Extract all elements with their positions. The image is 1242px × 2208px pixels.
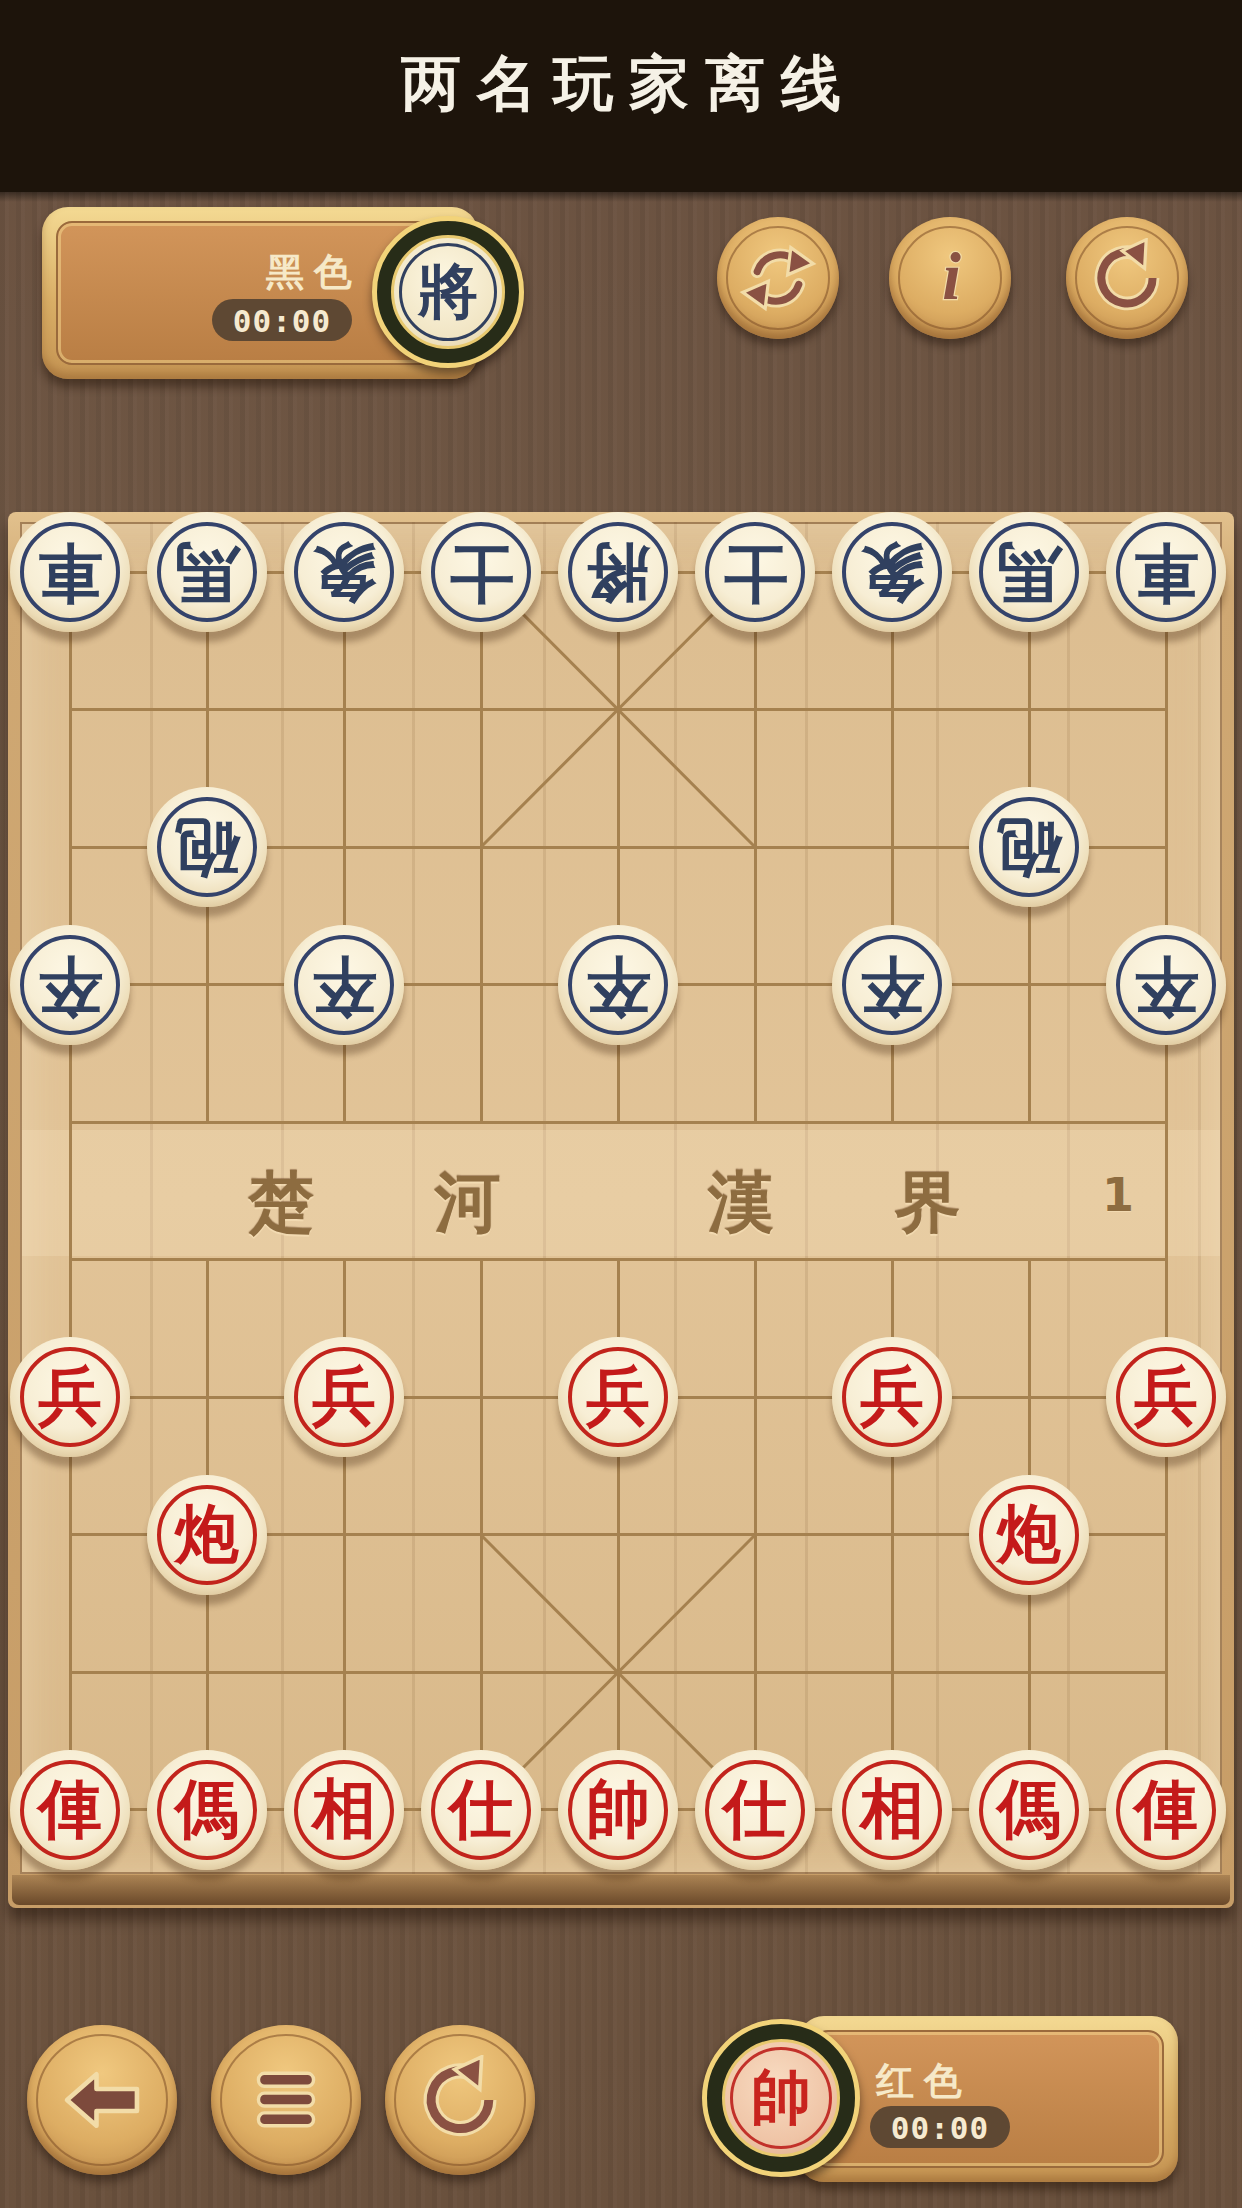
- piece-glyph: 兵: [284, 1337, 404, 1457]
- flip-board-button[interactable]: [717, 217, 839, 339]
- piece-glyph: 兵: [558, 1337, 678, 1457]
- piece-glyph: 炮: [969, 1475, 1089, 1595]
- black-general-glyph: 將: [394, 238, 502, 346]
- black-player-label: 黑色: [266, 247, 362, 298]
- red-general-stone: 帥: [722, 2039, 840, 2157]
- piece-glyph: 馬: [147, 512, 267, 632]
- piece-red-兵[interactable]: 兵: [558, 1337, 678, 1457]
- piece-glyph: 兵: [832, 1337, 952, 1457]
- piece-red-炮[interactable]: 炮: [147, 1475, 267, 1595]
- piece-glyph: 象: [284, 512, 404, 632]
- grid-line: [754, 1260, 757, 1810]
- restart-icon: [1087, 238, 1167, 318]
- info-button[interactable]: i: [889, 217, 1011, 339]
- piece-red-傌[interactable]: 傌: [147, 1750, 267, 1870]
- piece-black-象[interactable]: 象: [284, 512, 404, 632]
- restart-button[interactable]: [1066, 217, 1188, 339]
- piece-black-卒[interactable]: 卒: [10, 925, 130, 1045]
- red-player-timer: 00:00: [870, 2106, 1010, 2148]
- piece-glyph: 砲: [147, 787, 267, 907]
- piece-glyph: 卒: [558, 925, 678, 1045]
- piece-red-兵[interactable]: 兵: [10, 1337, 130, 1457]
- piece-black-卒[interactable]: 卒: [832, 925, 952, 1045]
- flip-board-icon: [738, 238, 818, 318]
- undo-button[interactable]: [385, 2025, 535, 2175]
- piece-glyph: 相: [832, 1750, 952, 1870]
- red-general-glyph: 帥: [725, 2042, 837, 2154]
- piece-red-傌[interactable]: 傌: [969, 1750, 1089, 1870]
- piece-glyph: 炮: [147, 1475, 267, 1595]
- piece-glyph: 士: [695, 512, 815, 632]
- piece-glyph: 車: [10, 512, 130, 632]
- red-player-label: 红色: [876, 2056, 972, 2107]
- piece-glyph: 仕: [421, 1750, 541, 1870]
- piece-glyph: 帥: [558, 1750, 678, 1870]
- grid-line: [1165, 572, 1168, 1810]
- piece-glyph: 相: [284, 1750, 404, 1870]
- piece-red-相[interactable]: 相: [832, 1750, 952, 1870]
- menu-button[interactable]: [211, 2025, 361, 2175]
- piece-glyph: 仕: [695, 1750, 815, 1870]
- piece-glyph: 俥: [1106, 1750, 1226, 1870]
- piece-glyph: 兵: [1106, 1337, 1226, 1457]
- xiangqi-game-screen: 两名玩家离线 黑色 00:00 將 i: [0, 0, 1242, 2208]
- grid-line: [69, 572, 72, 1810]
- black-general-stone: 將: [391, 235, 505, 349]
- piece-black-象[interactable]: 象: [832, 512, 952, 632]
- piece-glyph: 卒: [832, 925, 952, 1045]
- piece-black-車[interactable]: 車: [10, 512, 130, 632]
- status-message: 两名玩家离线: [0, 44, 1242, 125]
- piece-black-砲[interactable]: 砲: [969, 787, 1089, 907]
- piece-glyph: 卒: [1106, 925, 1226, 1045]
- undo-icon: [415, 2055, 505, 2145]
- piece-black-砲[interactable]: 砲: [147, 787, 267, 907]
- piece-red-俥[interactable]: 俥: [10, 1750, 130, 1870]
- piece-black-士[interactable]: 士: [695, 512, 815, 632]
- piece-black-卒[interactable]: 卒: [284, 925, 404, 1045]
- piece-glyph: 砲: [969, 787, 1089, 907]
- river-band: [22, 1130, 1220, 1256]
- piece-glyph: 馬: [969, 512, 1089, 632]
- piece-red-帥[interactable]: 帥: [558, 1750, 678, 1870]
- piece-red-仕[interactable]: 仕: [421, 1750, 541, 1870]
- piece-red-俥[interactable]: 俥: [1106, 1750, 1226, 1870]
- grid-line: [754, 572, 757, 1122]
- grid-line: [480, 572, 483, 1122]
- river-text-right: 漢 界: [708, 1158, 1013, 1248]
- piece-glyph: 卒: [10, 925, 130, 1045]
- piece-glyph: 俥: [10, 1750, 130, 1870]
- svg-text:i: i: [942, 239, 961, 314]
- move-indicator: 1: [1102, 1168, 1134, 1222]
- piece-glyph: 象: [832, 512, 952, 632]
- piece-red-相[interactable]: 相: [284, 1750, 404, 1870]
- piece-glyph: 士: [421, 512, 541, 632]
- piece-red-兵[interactable]: 兵: [284, 1337, 404, 1457]
- piece-glyph: 傌: [969, 1750, 1089, 1870]
- piece-glyph: 車: [1106, 512, 1226, 632]
- piece-black-馬[interactable]: 馬: [147, 512, 267, 632]
- status-bar: 两名玩家离线: [0, 0, 1242, 192]
- piece-glyph: 傌: [147, 1750, 267, 1870]
- river-text-left: 楚 河: [248, 1158, 553, 1248]
- piece-glyph: 將: [558, 512, 678, 632]
- info-icon: i: [910, 238, 990, 318]
- back-arrow-icon: [56, 2054, 148, 2146]
- menu-icon: [243, 2057, 329, 2143]
- piece-black-馬[interactable]: 馬: [969, 512, 1089, 632]
- piece-black-士[interactable]: 士: [421, 512, 541, 632]
- back-button[interactable]: [27, 2025, 177, 2175]
- piece-black-卒[interactable]: 卒: [1106, 925, 1226, 1045]
- piece-black-卒[interactable]: 卒: [558, 925, 678, 1045]
- piece-black-車[interactable]: 車: [1106, 512, 1226, 632]
- piece-red-仕[interactable]: 仕: [695, 1750, 815, 1870]
- red-player-badge: 帥: [702, 2019, 860, 2177]
- piece-red-兵[interactable]: 兵: [1106, 1337, 1226, 1457]
- piece-red-炮[interactable]: 炮: [969, 1475, 1089, 1595]
- piece-black-將[interactable]: 將: [558, 512, 678, 632]
- piece-glyph: 兵: [10, 1337, 130, 1457]
- black-player-timer: 00:00: [212, 299, 352, 341]
- piece-glyph: 卒: [284, 925, 404, 1045]
- black-player-badge: 將: [372, 216, 524, 368]
- grid-line: [480, 1260, 483, 1810]
- piece-red-兵[interactable]: 兵: [832, 1337, 952, 1457]
